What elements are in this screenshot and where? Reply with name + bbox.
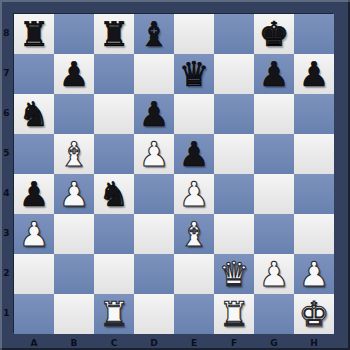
square-g1[interactable]: [254, 294, 294, 334]
square-e8[interactable]: [174, 14, 214, 54]
square-f5[interactable]: [214, 134, 254, 174]
piece-white-rook[interactable]: ♜: [94, 294, 134, 334]
piece-black-pawn[interactable]: ♟: [134, 94, 174, 134]
square-h4[interactable]: [294, 174, 334, 214]
piece-white-pawn[interactable]: ♟: [294, 254, 334, 294]
square-h1[interactable]: ♚: [294, 294, 334, 334]
square-b8[interactable]: [54, 14, 94, 54]
square-e7[interactable]: ♛: [174, 54, 214, 94]
square-f2[interactable]: ♛: [214, 254, 254, 294]
file-label-g: G: [254, 336, 294, 349]
piece-white-rook[interactable]: ♜: [214, 294, 254, 334]
square-f8[interactable]: [214, 14, 254, 54]
square-b5[interactable]: ♝: [54, 134, 94, 174]
piece-black-pawn[interactable]: ♟: [254, 54, 294, 94]
file-label-a: A: [14, 336, 54, 349]
square-a2[interactable]: [14, 254, 54, 294]
square-d5[interactable]: ♟: [134, 134, 174, 174]
square-c1[interactable]: ♜: [94, 294, 134, 334]
piece-black-bishop[interactable]: ♝: [134, 14, 174, 54]
square-c8[interactable]: ♜: [94, 14, 134, 54]
square-d7[interactable]: [134, 54, 174, 94]
square-d1[interactable]: [134, 294, 174, 334]
piece-white-bishop[interactable]: ♝: [54, 134, 94, 174]
square-d3[interactable]: [134, 214, 174, 254]
piece-black-knight[interactable]: ♞: [94, 174, 134, 214]
square-a7[interactable]: [14, 54, 54, 94]
square-c4[interactable]: ♞: [94, 174, 134, 214]
piece-black-knight[interactable]: ♞: [14, 94, 54, 134]
square-g7[interactable]: ♟: [254, 54, 294, 94]
square-e6[interactable]: [174, 94, 214, 134]
square-f3[interactable]: [214, 214, 254, 254]
square-f4[interactable]: [214, 174, 254, 214]
square-d2[interactable]: [134, 254, 174, 294]
square-a4[interactable]: ♟: [14, 174, 54, 214]
square-f6[interactable]: [214, 94, 254, 134]
square-g8[interactable]: ♚: [254, 14, 294, 54]
chess-board: ♜♜♝♚♟♛♟♟♞♟♝♟♟♟♟♞♟♟♝♛♟♟♜♜♚: [13, 13, 333, 333]
file-label-c: C: [94, 336, 134, 349]
chess-board-frame: ♜♜♝♚♟♛♟♟♞♟♝♟♟♟♟♞♟♟♝♛♟♟♜♜♚ 87654321ABCDEF…: [0, 0, 350, 350]
square-b3[interactable]: [54, 214, 94, 254]
square-d8[interactable]: ♝: [134, 14, 174, 54]
piece-black-pawn[interactable]: ♟: [14, 174, 54, 214]
square-c2[interactable]: [94, 254, 134, 294]
file-label-f: F: [214, 336, 254, 349]
square-g3[interactable]: [254, 214, 294, 254]
square-a6[interactable]: ♞: [14, 94, 54, 134]
square-c6[interactable]: [94, 94, 134, 134]
square-c3[interactable]: [94, 214, 134, 254]
file-label-e: E: [174, 336, 214, 349]
square-f7[interactable]: [214, 54, 254, 94]
piece-white-pawn[interactable]: ♟: [254, 254, 294, 294]
square-g2[interactable]: ♟: [254, 254, 294, 294]
rank-label-1: 1: [0, 293, 13, 333]
piece-black-pawn[interactable]: ♟: [54, 54, 94, 94]
square-e4[interactable]: ♟: [174, 174, 214, 214]
piece-black-queen[interactable]: ♛: [174, 54, 214, 94]
piece-white-bishop[interactable]: ♝: [174, 214, 214, 254]
file-label-h: H: [294, 336, 334, 349]
rank-label-6: 6: [0, 93, 13, 133]
square-e2[interactable]: [174, 254, 214, 294]
piece-black-king[interactable]: ♚: [254, 14, 294, 54]
square-h7[interactable]: ♟: [294, 54, 334, 94]
rank-label-4: 4: [0, 173, 13, 213]
square-b6[interactable]: [54, 94, 94, 134]
rank-label-5: 5: [0, 133, 13, 173]
square-b4[interactable]: ♟: [54, 174, 94, 214]
square-a3[interactable]: ♟: [14, 214, 54, 254]
square-f1[interactable]: ♜: [214, 294, 254, 334]
square-e1[interactable]: [174, 294, 214, 334]
piece-black-rook[interactable]: ♜: [94, 14, 134, 54]
rank-label-8: 8: [0, 13, 13, 53]
square-h3[interactable]: [294, 214, 334, 254]
square-c5[interactable]: [94, 134, 134, 174]
square-e5[interactable]: ♟: [174, 134, 214, 174]
square-a8[interactable]: ♜: [14, 14, 54, 54]
square-h2[interactable]: ♟: [294, 254, 334, 294]
square-d6[interactable]: ♟: [134, 94, 174, 134]
rank-label-3: 3: [0, 213, 13, 253]
square-e3[interactable]: ♝: [174, 214, 214, 254]
square-g5[interactable]: [254, 134, 294, 174]
file-label-d: D: [134, 336, 174, 349]
square-g4[interactable]: [254, 174, 294, 214]
square-c7[interactable]: [94, 54, 134, 94]
square-h6[interactable]: [294, 94, 334, 134]
piece-white-pawn[interactable]: ♟: [14, 214, 54, 254]
square-h5[interactable]: [294, 134, 334, 174]
piece-black-pawn[interactable]: ♟: [174, 134, 214, 174]
piece-black-rook[interactable]: ♜: [14, 14, 54, 54]
square-h8[interactable]: [294, 14, 334, 54]
square-d4[interactable]: [134, 174, 174, 214]
square-g6[interactable]: [254, 94, 294, 134]
square-b2[interactable]: [54, 254, 94, 294]
rank-label-7: 7: [0, 53, 13, 93]
square-b7[interactable]: ♟: [54, 54, 94, 94]
piece-white-queen[interactable]: ♛: [214, 254, 254, 294]
piece-black-pawn[interactable]: ♟: [294, 54, 334, 94]
piece-white-king[interactable]: ♚: [294, 294, 334, 334]
file-label-b: B: [54, 336, 94, 349]
square-a1[interactable]: [14, 294, 54, 334]
piece-white-pawn[interactable]: ♟: [174, 174, 214, 214]
piece-white-pawn[interactable]: ♟: [54, 174, 94, 214]
rank-label-2: 2: [0, 253, 13, 293]
square-b1[interactable]: [54, 294, 94, 334]
square-a5[interactable]: [14, 134, 54, 174]
piece-white-pawn[interactable]: ♟: [134, 134, 174, 174]
